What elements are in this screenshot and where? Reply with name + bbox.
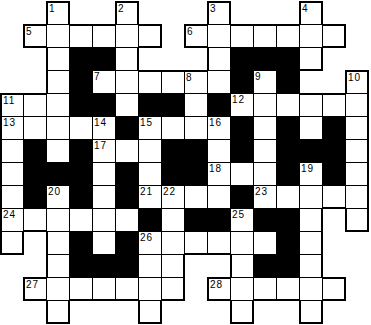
crossword-cell-r9c0[interactable]: 24: [0, 208, 24, 232]
crossword-cell-r5c1[interactable]: [23, 116, 47, 140]
crossword-cell-r9c5[interactable]: [115, 208, 139, 232]
crossword-cell-r0c13[interactable]: 4: [299, 1, 323, 25]
crossword-cell-r8c9[interactable]: [207, 185, 231, 209]
crossword-cell-r1c8[interactable]: 6: [184, 24, 208, 48]
crossword-cell-r1c3[interactable]: [69, 24, 93, 48]
crossword-cell-r12c5[interactable]: [115, 277, 139, 301]
crossword-cell-r1c2[interactable]: [46, 24, 70, 48]
crossword-cell-r5c11[interactable]: [253, 116, 277, 140]
crossword-cell-r1c14[interactable]: [322, 24, 346, 48]
crossword-cell-r12c12[interactable]: [276, 277, 300, 301]
clue-number-17: 17: [94, 140, 107, 151]
crossword-cell-r9c10[interactable]: 25: [230, 208, 254, 232]
crossword-cell-r6c2[interactable]: [46, 139, 70, 163]
clue-number-11: 11: [3, 95, 15, 106]
crossword-cell-r4c15[interactable]: [345, 93, 369, 117]
crossword-cell-r8c11[interactable]: 23: [253, 185, 277, 209]
crossword-cell-r6c5[interactable]: [115, 139, 139, 163]
crossword-cell-r10c6[interactable]: 26: [138, 231, 162, 255]
crossword-cell-r8c0[interactable]: [0, 185, 24, 209]
black-cell-r8c1: [23, 185, 47, 209]
black-cell-r9c6: [138, 208, 162, 232]
black-cell-r9c11: [253, 208, 277, 232]
crossword-cell-r9c3[interactable]: [69, 208, 93, 232]
crossword-cell-r8c15[interactable]: [345, 185, 369, 209]
crossword-cell-r11c13[interactable]: [299, 254, 323, 278]
crossword-cell-r1c6[interactable]: [138, 24, 162, 48]
crossword-cell-r10c10[interactable]: [230, 231, 254, 255]
clue-number-14: 14: [94, 117, 107, 128]
crossword-cell-r0c5[interactable]: 2: [115, 1, 139, 25]
clue-number-9: 9: [255, 71, 262, 82]
crossword-cell-r5c7[interactable]: [161, 116, 185, 140]
crossword-cell-r13c6[interactable]: [138, 300, 162, 324]
crossword-cell-r4c2[interactable]: [46, 93, 70, 117]
crossword-cell-r1c12[interactable]: [276, 24, 300, 48]
crossword-cell-r4c14[interactable]: [322, 93, 346, 117]
clue-number-24: 24: [3, 209, 16, 220]
black-cell-r5c12: [276, 116, 300, 140]
black-cell-r6c3: [69, 139, 93, 163]
crossword-cell-r1c11[interactable]: [253, 24, 277, 48]
crossword-cell-r5c4[interactable]: 14: [92, 116, 116, 140]
crossword-cell-r0c9[interactable]: 3: [207, 1, 231, 25]
crossword-cell-r4c10[interactable]: 12: [230, 93, 254, 117]
crossword-cell-r1c1[interactable]: 5: [23, 24, 47, 48]
crossword-cell-r7c10[interactable]: [230, 162, 254, 186]
black-cell-r6c1: [23, 139, 47, 163]
black-cell-r8c5: [115, 185, 139, 209]
black-cell-r9c8: [184, 208, 208, 232]
crossword-cell-r10c7[interactable]: [161, 231, 185, 255]
black-cell-r6c7: [161, 139, 185, 163]
black-cell-r10c5: [115, 231, 139, 255]
clue-number-22: 22: [163, 186, 176, 197]
black-cell-r11c4: [92, 254, 116, 278]
clue-number-13: 13: [3, 117, 16, 128]
crossword-cell-r6c15[interactable]: [345, 139, 369, 163]
crossword-cell-r3c6[interactable]: [138, 70, 162, 94]
clue-number-5: 5: [26, 26, 33, 37]
black-cell-r8c3: [69, 185, 93, 209]
crossword-cell-r2c13[interactable]: [299, 47, 323, 71]
black-cell-r4c6: [138, 93, 162, 117]
black-cell-r11c5: [115, 254, 139, 278]
black-cell-r2c4: [92, 47, 116, 71]
crossword-cell-r13c10[interactable]: [230, 300, 254, 324]
clue-number-4: 4: [302, 3, 309, 14]
crossword-cell-r12c3[interactable]: [69, 277, 93, 301]
crossword-cell-r7c6[interactable]: [138, 162, 162, 186]
crossword-cell-r3c4[interactable]: 7: [92, 70, 116, 94]
crossword-cell-r12c10[interactable]: [230, 277, 254, 301]
crossword-cell-r6c11[interactable]: [253, 139, 277, 163]
clue-number-28: 28: [210, 279, 223, 290]
crossword-cell-r4c8[interactable]: [184, 93, 208, 117]
clue-number-3: 3: [210, 3, 217, 14]
crossword-cell-r12c14[interactable]: [322, 277, 346, 301]
crossword-cell-r7c9[interactable]: 18: [207, 162, 231, 186]
crossword-cell-r5c0[interactable]: 13: [0, 116, 24, 140]
crossword-cell-r11c2[interactable]: [46, 254, 70, 278]
crossword-cell-r8c2[interactable]: 20: [46, 185, 70, 209]
black-cell-r7c5: [115, 162, 139, 186]
black-cell-r9c9: [207, 208, 231, 232]
crossword-cell-r4c11[interactable]: [253, 93, 277, 117]
crossword-cell-r3c9[interactable]: [207, 70, 231, 94]
crossword-cell-r3c8[interactable]: 8: [184, 70, 208, 94]
crossword-cell-r4c12[interactable]: [276, 93, 300, 117]
crossword-cell-r8c8[interactable]: [184, 185, 208, 209]
black-cell-r3c3: [69, 70, 93, 94]
crossword-cell-r9c4[interactable]: [92, 208, 116, 232]
clue-number-15: 15: [140, 117, 153, 128]
crossword-cell-r7c13[interactable]: 19: [299, 162, 323, 186]
crossword-cell-r9c1[interactable]: [23, 208, 47, 232]
crossword-cell-r4c5[interactable]: [115, 93, 139, 117]
crossword-page: 1234567891011121314151617181920212223242…: [0, 0, 371, 325]
crossword-cell-r7c15[interactable]: [345, 162, 369, 186]
black-cell-r5c14: [322, 116, 346, 140]
black-cell-r6c14: [322, 139, 346, 163]
black-cell-r6c10: [230, 139, 254, 163]
black-cell-r2c11: [253, 47, 277, 71]
black-cell-r3c10: [230, 70, 254, 94]
black-cell-r11c12: [276, 254, 300, 278]
crossword-cell-r5c13[interactable]: [299, 116, 323, 140]
black-cell-r2c10: [230, 47, 254, 71]
clue-number-7: 7: [94, 71, 101, 82]
crossword-cell-r2c5[interactable]: [115, 47, 139, 71]
clue-number-12: 12: [232, 94, 245, 105]
black-cell-r4c9: [207, 93, 231, 117]
crossword-cell-r1c13[interactable]: [299, 24, 323, 48]
crossword-cell-r5c3[interactable]: [69, 116, 93, 140]
crossword-cell-r5c6[interactable]: 15: [138, 116, 162, 140]
crossword-cell-r6c6[interactable]: [138, 139, 162, 163]
clue-number-21: 21: [140, 186, 153, 197]
crossword-cell-r4c1[interactable]: [23, 93, 47, 117]
black-cell-r7c14: [322, 162, 346, 186]
crossword-cell-r2c9[interactable]: [207, 47, 231, 71]
black-cell-r7c7: [161, 162, 185, 186]
crossword-cell-r3c7[interactable]: [161, 70, 185, 94]
clue-number-19: 19: [301, 163, 314, 174]
clue-number-18: 18: [209, 163, 222, 174]
clue-number-16: 16: [209, 117, 222, 128]
clue-number-2: 2: [118, 3, 125, 14]
crossword-cell-r10c9[interactable]: [207, 231, 231, 255]
black-cell-r4c7: [161, 93, 185, 117]
crossword-cell-r12c2[interactable]: [46, 277, 70, 301]
crossword-cell-r10c13[interactable]: [299, 231, 323, 255]
clue-number-26: 26: [140, 232, 153, 243]
crossword-cell-r5c15[interactable]: [345, 116, 369, 140]
crossword-cell-r8c12[interactable]: [276, 185, 300, 209]
crossword-cell-r6c0[interactable]: [0, 139, 24, 163]
black-cell-r6c13: [299, 139, 323, 163]
crossword-cell-r3c5[interactable]: [115, 70, 139, 94]
black-cell-r7c8: [184, 162, 208, 186]
black-cell-r11c11: [253, 254, 277, 278]
crossword-cell-r1c10[interactable]: [230, 24, 254, 48]
crossword-cell-r8c6[interactable]: 21: [138, 185, 162, 209]
crossword-cell-r11c6[interactable]: [138, 254, 162, 278]
black-cell-r2c3: [69, 47, 93, 71]
crossword-cell-r10c2[interactable]: [46, 231, 70, 255]
black-cell-r8c10: [230, 185, 254, 209]
crossword-cell-r10c0[interactable]: [0, 231, 24, 255]
crossword-cell-r5c8[interactable]: [184, 116, 208, 140]
crossword-cell-r1c4[interactable]: [92, 24, 116, 48]
clue-number-8: 8: [186, 72, 193, 83]
black-cell-r4c3: [69, 93, 93, 117]
crossword-cell-r4c13[interactable]: [299, 93, 323, 117]
crossword-cell-r10c8[interactable]: [184, 231, 208, 255]
black-cell-r5c10: [230, 116, 254, 140]
crossword-cell-r8c13[interactable]: [299, 185, 323, 209]
crossword-cell-r3c15[interactable]: 10: [345, 70, 369, 94]
black-cell-r7c3: [69, 162, 93, 186]
crossword-cell-r7c11[interactable]: [253, 162, 277, 186]
crossword-cell-r13c13[interactable]: [299, 300, 323, 324]
clue-number-1: 1: [49, 3, 56, 14]
crossword-cell-r0c2[interactable]: 1: [46, 1, 70, 25]
crossword-cell-r8c14[interactable]: [322, 185, 346, 209]
crossword-cell-r9c15[interactable]: [345, 208, 369, 232]
crossword-cell-r8c7[interactable]: 22: [161, 185, 185, 209]
crossword-cell-r12c4[interactable]: [92, 277, 116, 301]
clue-number-23: 23: [255, 186, 268, 197]
crossword-cell-r8c4[interactable]: [92, 185, 116, 209]
crossword-cell-r9c7[interactable]: [161, 208, 185, 232]
black-cell-r9c12: [276, 208, 300, 232]
crossword-cell-r12c13[interactable]: [299, 277, 323, 301]
black-cell-r11c3: [69, 254, 93, 278]
black-cell-r3c12: [276, 70, 300, 94]
crossword-cell-r6c9[interactable]: [207, 139, 231, 163]
crossword-cell-r11c10[interactable]: [230, 254, 254, 278]
clue-number-27: 27: [26, 279, 39, 290]
black-cell-r10c12: [276, 231, 300, 255]
crossword-cell-r12c11[interactable]: [253, 277, 277, 301]
crossword-cell-r9c2[interactable]: [46, 208, 70, 232]
crossword-cell-r1c9[interactable]: [207, 24, 231, 48]
crossword-cell-r11c7[interactable]: [161, 254, 185, 278]
crossword-cell-r12c9[interactable]: 28: [207, 277, 231, 301]
crossword-cell-r9c13[interactable]: [299, 208, 323, 232]
crossword-cell-r3c11[interactable]: 9: [253, 70, 277, 94]
clue-number-6: 6: [187, 26, 194, 37]
black-cell-r7c12: [276, 162, 300, 186]
crossword-cell-r7c4[interactable]: [92, 162, 116, 186]
crossword-cell-r6c4[interactable]: 17: [92, 139, 116, 163]
black-cell-r10c3: [69, 231, 93, 255]
crossword-cell-r12c6[interactable]: [138, 277, 162, 301]
black-cell-r7c2: [46, 162, 70, 186]
crossword-cell-r5c9[interactable]: 16: [207, 116, 231, 140]
crossword-cell-r13c2[interactable]: [46, 300, 70, 324]
black-cell-r6c8: [184, 139, 208, 163]
crossword-cell-r4c0[interactable]: 11: [0, 93, 24, 117]
clue-number-10: 10: [348, 72, 361, 83]
black-cell-r4c4: [92, 93, 116, 117]
black-cell-r7c1: [23, 162, 47, 186]
crossword-cell-r12c1[interactable]: 27: [23, 277, 47, 301]
crossword-cell-r2c2[interactable]: [46, 47, 70, 71]
clue-number-20: 20: [48, 186, 61, 197]
crossword-cell-r5c2[interactable]: [46, 116, 70, 140]
black-cell-r2c12: [276, 47, 300, 71]
crossword-cell-r10c11[interactable]: [253, 231, 277, 255]
black-cell-r6c12: [276, 139, 300, 163]
clue-number-25: 25: [232, 209, 245, 220]
crossword-cell-r12c7[interactable]: [161, 277, 185, 301]
crossword-cell-r1c5[interactable]: [115, 24, 139, 48]
crossword-cell-r7c0[interactable]: [0, 162, 24, 186]
crossword-cell-r10c4[interactable]: [92, 231, 116, 255]
black-cell-r5c5: [115, 116, 139, 140]
crossword-cell-r3c2[interactable]: [46, 70, 70, 94]
